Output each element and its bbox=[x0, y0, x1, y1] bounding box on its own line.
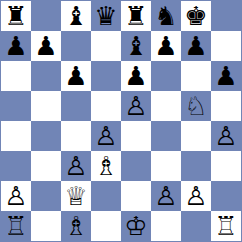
square-h2[interactable] bbox=[211, 181, 241, 211]
square-d8[interactable]: ♛ bbox=[91, 1, 121, 31]
black-queen: ♛ bbox=[94, 1, 117, 31]
square-h6[interactable]: ♟ bbox=[211, 61, 241, 91]
square-b5[interactable] bbox=[31, 91, 61, 121]
white-king: ♔ bbox=[124, 211, 147, 241]
square-g7[interactable]: ♟ bbox=[181, 31, 211, 61]
square-b7[interactable]: ♟ bbox=[31, 31, 61, 61]
square-d5[interactable] bbox=[91, 91, 121, 121]
square-a3[interactable] bbox=[1, 151, 31, 181]
square-a7[interactable]: ♟ bbox=[1, 31, 31, 61]
black-bishop: ♝ bbox=[64, 1, 87, 31]
white-pawn: ♙ bbox=[124, 91, 147, 121]
white-pawn: ♙ bbox=[94, 121, 117, 151]
square-b2[interactable] bbox=[31, 181, 61, 211]
square-c2[interactable]: ♕ bbox=[61, 181, 91, 211]
square-c7[interactable] bbox=[61, 31, 91, 61]
black-pawn: ♟ bbox=[154, 31, 177, 61]
white-pawn: ♙ bbox=[4, 181, 27, 211]
square-d7[interactable] bbox=[91, 31, 121, 61]
black-king: ♚ bbox=[184, 1, 207, 31]
square-a5[interactable] bbox=[1, 91, 31, 121]
square-g1[interactable] bbox=[181, 211, 211, 241]
black-pawn: ♟ bbox=[34, 31, 57, 61]
white-rook: ♖ bbox=[214, 211, 237, 241]
square-f1[interactable] bbox=[151, 211, 181, 241]
square-b1[interactable] bbox=[31, 211, 61, 241]
black-rook: ♜ bbox=[4, 1, 27, 31]
square-h1[interactable]: ♖ bbox=[211, 211, 241, 241]
black-pawn: ♟ bbox=[184, 31, 207, 61]
black-bishop: ♝ bbox=[124, 31, 147, 61]
square-f4[interactable] bbox=[151, 121, 181, 151]
chessboard: ♜♝♛♜♞♚♟♟♝♟♟♟♟♟♙♘♙♙♙♗♙♕♙♙♖♗♔♖ bbox=[0, 0, 242, 242]
square-d2[interactable] bbox=[91, 181, 121, 211]
square-d6[interactable] bbox=[91, 61, 121, 91]
square-c5[interactable] bbox=[61, 91, 91, 121]
square-a2[interactable]: ♙ bbox=[1, 181, 31, 211]
square-d1[interactable] bbox=[91, 211, 121, 241]
square-e7[interactable]: ♝ bbox=[121, 31, 151, 61]
square-d3[interactable]: ♗ bbox=[91, 151, 121, 181]
square-a8[interactable]: ♜ bbox=[1, 1, 31, 31]
white-pawn: ♙ bbox=[184, 181, 207, 211]
square-e8[interactable]: ♜ bbox=[121, 1, 151, 31]
square-e2[interactable] bbox=[121, 181, 151, 211]
square-a6[interactable] bbox=[1, 61, 31, 91]
black-pawn: ♟ bbox=[4, 31, 27, 61]
square-h3[interactable] bbox=[211, 151, 241, 181]
square-e6[interactable]: ♟ bbox=[121, 61, 151, 91]
white-bishop: ♗ bbox=[64, 211, 87, 241]
white-pawn: ♙ bbox=[214, 121, 237, 151]
square-c1[interactable]: ♗ bbox=[61, 211, 91, 241]
square-e3[interactable] bbox=[121, 151, 151, 181]
square-h8[interactable] bbox=[211, 1, 241, 31]
white-knight: ♘ bbox=[184, 91, 207, 121]
square-g8[interactable]: ♚ bbox=[181, 1, 211, 31]
white-bishop: ♗ bbox=[94, 151, 117, 181]
square-e4[interactable] bbox=[121, 121, 151, 151]
white-rook: ♖ bbox=[4, 211, 27, 241]
square-h7[interactable] bbox=[211, 31, 241, 61]
square-h5[interactable] bbox=[211, 91, 241, 121]
square-e1[interactable]: ♔ bbox=[121, 211, 151, 241]
square-g6[interactable] bbox=[181, 61, 211, 91]
square-b3[interactable] bbox=[31, 151, 61, 181]
white-queen: ♕ bbox=[64, 181, 87, 211]
square-g2[interactable]: ♙ bbox=[181, 181, 211, 211]
chessboard-container: ♜♝♛♜♞♚♟♟♝♟♟♟♟♟♙♘♙♙♙♗♙♕♙♙♖♗♔♖ bbox=[0, 0, 242, 242]
square-g5[interactable]: ♘ bbox=[181, 91, 211, 121]
square-f6[interactable] bbox=[151, 61, 181, 91]
square-c6[interactable]: ♟ bbox=[61, 61, 91, 91]
square-f8[interactable]: ♞ bbox=[151, 1, 181, 31]
black-knight: ♞ bbox=[154, 1, 177, 31]
black-pawn: ♟ bbox=[124, 61, 147, 91]
square-c4[interactable] bbox=[61, 121, 91, 151]
square-b8[interactable] bbox=[31, 1, 61, 31]
square-d4[interactable]: ♙ bbox=[91, 121, 121, 151]
square-f3[interactable] bbox=[151, 151, 181, 181]
white-pawn: ♙ bbox=[154, 181, 177, 211]
square-b4[interactable] bbox=[31, 121, 61, 151]
black-rook: ♜ bbox=[124, 1, 147, 31]
black-pawn: ♟ bbox=[64, 61, 87, 91]
square-h4[interactable]: ♙ bbox=[211, 121, 241, 151]
square-f5[interactable] bbox=[151, 91, 181, 121]
square-f7[interactable]: ♟ bbox=[151, 31, 181, 61]
square-a1[interactable]: ♖ bbox=[1, 211, 31, 241]
square-b6[interactable] bbox=[31, 61, 61, 91]
square-g3[interactable] bbox=[181, 151, 211, 181]
square-a4[interactable] bbox=[1, 121, 31, 151]
black-pawn: ♟ bbox=[214, 61, 237, 91]
square-c8[interactable]: ♝ bbox=[61, 1, 91, 31]
white-pawn: ♙ bbox=[64, 151, 87, 181]
square-e5[interactable]: ♙ bbox=[121, 91, 151, 121]
square-c3[interactable]: ♙ bbox=[61, 151, 91, 181]
square-f2[interactable]: ♙ bbox=[151, 181, 181, 211]
square-g4[interactable] bbox=[181, 121, 211, 151]
